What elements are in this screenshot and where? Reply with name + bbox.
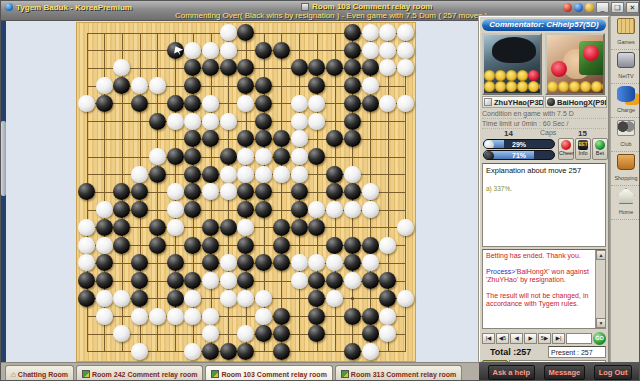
move-navigation: |◀ ◀5 ◀ ▶ 5▶ ▶| GO (482, 332, 606, 344)
game-condition: Condition en game with 7.5 D (482, 109, 606, 119)
tab-label: Chatting Room (18, 371, 68, 378)
black-stone (344, 59, 361, 76)
black-stone (184, 272, 201, 289)
white-stone (237, 290, 254, 307)
tab-chatting-room[interactable]: ⌂Chatting Room (5, 365, 74, 381)
nav-back5-button[interactable]: ◀5 (496, 333, 509, 344)
white-stone (202, 325, 219, 342)
white-stone (255, 308, 272, 325)
white-stone (255, 166, 272, 183)
white-stone (326, 254, 343, 271)
app-window: Tygem Baduk - KoreaPremium Room 103 Comm… (0, 0, 640, 381)
white-stone (131, 166, 148, 183)
black-stone (273, 42, 290, 59)
go-board[interactable] (76, 22, 416, 362)
white-stone (362, 254, 379, 271)
white-stone (202, 272, 219, 289)
tool-icon-yellow[interactable] (585, 3, 594, 12)
white-stone (96, 290, 113, 307)
black-stone (131, 183, 148, 200)
service-sidebar: Games NetTV Charge Club Shopping Home (610, 16, 640, 364)
scroll-up-icon[interactable]: ▲ (596, 250, 606, 260)
white-player-label: ZhuYHao(P3D) (494, 98, 544, 107)
ask-help-button[interactable]: Ask a help (488, 365, 536, 380)
sidebar-item-nettv[interactable]: NetTV (611, 50, 640, 84)
black-stone (326, 130, 343, 147)
message-scrollbar[interactable]: ▲ ▼ (595, 250, 605, 328)
white-stone (113, 59, 130, 76)
black-stone (379, 290, 396, 307)
white-stone (308, 254, 325, 271)
black-stone (326, 59, 343, 76)
white-stone (362, 201, 379, 218)
scroll-down-icon[interactable]: ▼ (596, 318, 606, 328)
white-stone (291, 272, 308, 289)
white-stone (131, 343, 148, 360)
home-icon: ⌂ (11, 370, 16, 379)
black-stone (273, 254, 290, 271)
black-stone (308, 77, 325, 94)
white-stone (379, 59, 396, 76)
black-stone (96, 219, 113, 236)
white-stone (362, 183, 379, 200)
tool-icon-red[interactable] (563, 3, 572, 12)
photo-figure (492, 37, 536, 63)
black-stone (202, 166, 219, 183)
white-knob-icon (484, 140, 494, 149)
room-title-text: Room 103 Comment relay room (312, 2, 432, 11)
black-stone (131, 201, 148, 218)
black-stone (149, 237, 166, 254)
message-line: Process>'BaiHongX' won against 'ZhuYHao'… (486, 268, 593, 284)
white-stone (291, 148, 308, 165)
black-stone (237, 343, 254, 360)
nav-back-button[interactable]: ◀ (510, 333, 523, 344)
black-stone (273, 219, 290, 236)
black-stone (113, 183, 130, 200)
white-stone (149, 77, 166, 94)
black-stone (237, 237, 254, 254)
board-icon (341, 370, 349, 378)
black-stone (362, 59, 379, 76)
charge-icon (617, 86, 635, 102)
black-stone (131, 290, 148, 307)
window-title: Tygem Baduk - KoreaPremium (16, 3, 132, 12)
black-stone (237, 201, 254, 218)
white-stone (220, 254, 237, 271)
white-stone (362, 77, 379, 94)
black-stone (131, 95, 148, 112)
black-stone (113, 201, 130, 218)
footer-bar: Ask a help Message Log Out (479, 362, 640, 381)
white-stone (184, 343, 201, 360)
logout-button[interactable]: Log Out (594, 365, 633, 380)
white-stone (149, 308, 166, 325)
tool-icon-blue[interactable] (574, 3, 583, 12)
black-stone (308, 308, 325, 325)
white-stone (397, 95, 414, 112)
white-stone (379, 237, 396, 254)
nav-last-button[interactable]: ▶| (552, 333, 565, 344)
white-bet-bar: 29% (483, 139, 555, 149)
black-stone (273, 130, 290, 147)
grid-line (281, 33, 282, 353)
white-stone (202, 308, 219, 325)
white-stone-icon (484, 98, 492, 106)
black-stone (326, 183, 343, 200)
white-stone (78, 237, 95, 254)
explanation-title: Explanation about move 257 (486, 166, 602, 175)
white-stone (220, 42, 237, 59)
black-stone (184, 77, 201, 94)
white-stone (220, 290, 237, 307)
black-stone (220, 59, 237, 76)
black-knob-icon (484, 151, 494, 160)
black-stone (202, 59, 219, 76)
black-stone (202, 237, 219, 254)
black-stone (344, 95, 361, 112)
black-stone (255, 42, 272, 59)
black-stone (78, 290, 95, 307)
black-stone (184, 95, 201, 112)
left-scrollbar-thumb[interactable] (1, 121, 6, 196)
white-stone (237, 219, 254, 236)
white-stone (362, 24, 379, 41)
white-stone (308, 201, 325, 218)
black-stone (255, 77, 272, 94)
bet-money-icon (595, 140, 605, 150)
black-stone (273, 308, 290, 325)
black-stone (184, 201, 201, 218)
black-stone (202, 219, 219, 236)
move-number-input[interactable] (566, 333, 592, 344)
black-stone (184, 148, 201, 165)
black-stone (167, 254, 184, 271)
black-stone (326, 237, 343, 254)
black-stone (255, 130, 272, 147)
tab-label: Room 313 Comment relay room (351, 371, 456, 378)
hoshi-point (351, 297, 354, 300)
bouquet-icon (579, 41, 605, 75)
white-stone (308, 113, 325, 130)
black-stone (255, 201, 272, 218)
black-stone (167, 272, 184, 289)
white-stone (78, 95, 95, 112)
tab-room-313[interactable]: Room 313 Comment relay room (335, 365, 462, 381)
white-stone (291, 130, 308, 147)
black-stone (184, 130, 201, 147)
app-icon (5, 3, 13, 11)
black-stone (167, 290, 184, 307)
rose-icon (551, 61, 567, 77)
board-icon (82, 370, 90, 378)
white-stone (397, 42, 414, 59)
black-player-label: BaiHongX(P9D) (557, 98, 607, 107)
game-info-panel: Commentator: CHhelp57(5D) ZhuYHao(P3D) (479, 16, 609, 364)
black-stone (308, 325, 325, 342)
black-stone (184, 183, 201, 200)
tab-room-242[interactable]: Room 242 Comment relay room (76, 365, 203, 381)
maximize-button[interactable]: ❏ (611, 2, 624, 13)
black-stone (149, 113, 166, 130)
flower-decorations (484, 81, 540, 93)
white-stone (362, 42, 379, 59)
black-stone (96, 95, 113, 112)
bet-info-icon: BET (578, 140, 588, 150)
sidebar-item-shopping[interactable]: Shopping (611, 152, 640, 186)
black-stone (344, 343, 361, 360)
white-bet-percent: 29% (484, 140, 554, 149)
black-stone (273, 325, 290, 342)
white-stone (131, 308, 148, 325)
black-stone (96, 272, 113, 289)
white-stone (167, 219, 184, 236)
black-stone (344, 130, 361, 147)
black-stone (326, 166, 343, 183)
minimize-button[interactable]: _ (596, 2, 609, 13)
bet-info-button[interactable]: BET Info (575, 138, 591, 160)
sidebar-label: Home (611, 209, 640, 215)
white-player-name[interactable]: ZhuYHao(P3D) (482, 96, 544, 108)
white-stone (202, 183, 219, 200)
present-move-box: Present : 257 (548, 346, 606, 358)
white-stone (78, 254, 95, 271)
black-stone (113, 237, 130, 254)
explanation-note: a) 337%. (486, 185, 602, 192)
black-stone (344, 308, 361, 325)
white-stone (184, 113, 201, 130)
black-stone (237, 254, 254, 271)
black-stone (362, 95, 379, 112)
black-stone (149, 166, 166, 183)
white-stone (344, 201, 361, 218)
black-player-name[interactable]: BaiHongX(P9D) (545, 96, 607, 108)
black-stone (362, 272, 379, 289)
white-stone (255, 148, 272, 165)
black-stone (344, 254, 361, 271)
message-line: The result will not be changed, in accor… (486, 292, 593, 308)
white-stone (237, 325, 254, 342)
black-stone (273, 148, 290, 165)
black-stone (255, 325, 272, 342)
black-stone (255, 254, 272, 271)
goban-icon (617, 18, 635, 34)
white-stone (237, 95, 254, 112)
home-icon (617, 188, 635, 204)
white-stone (220, 166, 237, 183)
black-stone (131, 272, 148, 289)
total-moves-label: Total :257 (490, 347, 531, 357)
black-stone (273, 237, 290, 254)
black-stone (237, 130, 254, 147)
go-button[interactable]: GO (593, 332, 606, 345)
time-limit: Time limit ur 0min : 60 Sec / (482, 119, 606, 129)
white-captures: 14 (504, 129, 513, 138)
black-stone (237, 59, 254, 76)
black-stone (78, 272, 95, 289)
room-title: Room 103 Comment relay room (301, 2, 432, 11)
white-stone (131, 77, 148, 94)
white-stone (273, 166, 290, 183)
sidebar-item-home[interactable]: Home (611, 186, 640, 220)
white-stone (202, 113, 219, 130)
white-stone (96, 201, 113, 218)
black-stone (237, 183, 254, 200)
white-stone (167, 308, 184, 325)
close-button[interactable]: ✕ (626, 2, 639, 13)
white-stone (220, 24, 237, 41)
message-button[interactable]: Message (544, 365, 586, 380)
black-captures: 15 (578, 129, 587, 138)
black-stone (202, 254, 219, 271)
white-stone (237, 148, 254, 165)
black-stone (362, 237, 379, 254)
white-stone (397, 24, 414, 41)
sidebar-label: Club (611, 141, 640, 147)
black-stone (184, 166, 201, 183)
black-stone (220, 148, 237, 165)
black-stone (273, 343, 290, 360)
white-stone (167, 183, 184, 200)
tab-label: Room 103 Comment relay room (221, 371, 326, 378)
white-stone (220, 272, 237, 289)
black-stone (308, 290, 325, 307)
sidebar-label: NetTV (611, 73, 640, 79)
tab-label: Room 242 Comment relay room (92, 371, 197, 378)
white-stone (202, 42, 219, 59)
commentator-banner: Commentator: CHhelp57(5D) (482, 19, 606, 31)
black-stone (96, 254, 113, 271)
black-stone (149, 219, 166, 236)
white-stone (184, 42, 201, 59)
black-stone (255, 113, 272, 130)
white-stone (344, 166, 361, 183)
black-stone (237, 272, 254, 289)
white-stone (291, 113, 308, 130)
room-icon (301, 3, 309, 11)
bet-label: Bet (596, 150, 604, 156)
cheer-button[interactable]: Cheer (558, 138, 574, 160)
white-stone (167, 113, 184, 130)
message-box[interactable]: Betting has ended. Thank you. Process>'B… (482, 249, 606, 329)
white-stone (362, 343, 379, 360)
shopping-icon (617, 154, 635, 170)
nav-forward5-button[interactable]: 5▶ (538, 333, 551, 344)
move-counter-row: Total :257 Present : 257 (482, 346, 606, 359)
white-stone (291, 254, 308, 271)
club-icon (617, 120, 635, 136)
black-stone (344, 77, 361, 94)
white-stone (326, 201, 343, 218)
room-tab-bar: ⌂Chatting Room Room 242 Comment relay ro… (1, 362, 479, 381)
white-stone (344, 272, 361, 289)
sidebar-label: Shopping (611, 175, 640, 181)
white-stone (291, 95, 308, 112)
white-stone (96, 237, 113, 254)
black-player-photo (545, 33, 605, 95)
black-stone (344, 113, 361, 130)
black-stone (344, 237, 361, 254)
white-stone (397, 290, 414, 307)
sidebar-item-games[interactable]: Games (611, 16, 640, 50)
white-stone (379, 24, 396, 41)
black-stone (113, 219, 130, 236)
black-stone (184, 237, 201, 254)
white-stone (255, 290, 272, 307)
white-player-photo (482, 33, 542, 95)
black-stone (308, 59, 325, 76)
black-stone (344, 183, 361, 200)
black-bet-percent: 71% (484, 151, 554, 160)
tab-room-103[interactable]: Room 103 Comment relay room (205, 365, 332, 381)
black-stone (113, 77, 130, 94)
black-stone (184, 59, 201, 76)
rose-icon (583, 45, 599, 61)
black-stone (308, 272, 325, 289)
black-stone (326, 272, 343, 289)
board-icon (211, 370, 219, 378)
black-stone (167, 148, 184, 165)
sidebar-item-charge[interactable]: Charge (611, 84, 640, 118)
white-stone (220, 113, 237, 130)
white-stone (113, 290, 130, 307)
black-stone (202, 343, 219, 360)
black-stone (308, 148, 325, 165)
black-stone (220, 219, 237, 236)
flower-decorations (547, 81, 603, 93)
black-stone (362, 325, 379, 342)
white-stone (167, 201, 184, 218)
white-stone (237, 166, 254, 183)
captures-label: Caps (540, 129, 556, 136)
white-stone (78, 219, 95, 236)
bet-button[interactable]: Bet (592, 138, 608, 160)
nav-forward-button[interactable]: ▶ (524, 333, 537, 344)
sidebar-item-club[interactable]: Club (611, 118, 640, 152)
black-stone (202, 130, 219, 147)
white-stone (220, 183, 237, 200)
left-edge-strip (1, 21, 6, 362)
sidebar-label: Games (611, 39, 640, 45)
cheer-balloon-icon (561, 140, 571, 150)
cheer-label: Cheer (559, 150, 574, 156)
black-stone (308, 219, 325, 236)
white-stone (379, 42, 396, 59)
white-stone (291, 166, 308, 183)
black-stone (344, 42, 361, 59)
captures-row: 14 Caps 15 (482, 129, 606, 138)
tv-icon (617, 52, 635, 68)
black-stone (291, 201, 308, 218)
black-stone (291, 59, 308, 76)
white-stone (308, 95, 325, 112)
black-stone (167, 95, 184, 112)
white-stone (397, 219, 414, 236)
explanation-box[interactable]: Explanation about move 257 a) 337%. (482, 163, 606, 247)
white-stone (149, 148, 166, 165)
black-stone (237, 24, 254, 41)
sidebar-label: Charge (611, 107, 640, 113)
nav-first-button[interactable]: |◀ (482, 333, 495, 344)
black-stone (255, 183, 272, 200)
game-status-subtitle: Commenting Over( Black wins by resignati… (151, 11, 511, 20)
white-stone (184, 290, 201, 307)
bet-info-label: Info (578, 150, 587, 156)
black-stone (220, 343, 237, 360)
black-stone (362, 308, 379, 325)
white-stone (397, 59, 414, 76)
black-stone (237, 77, 254, 94)
